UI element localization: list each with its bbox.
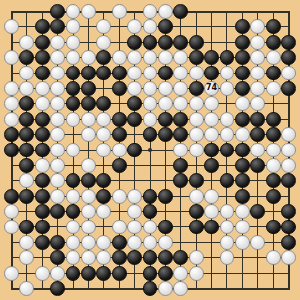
white-stone[interactable] [19, 173, 34, 188]
white-stone[interactable] [4, 96, 19, 111]
white-stone[interactable] [143, 19, 158, 34]
black-stone[interactable] [250, 204, 265, 219]
white-stone[interactable] [143, 96, 158, 111]
black-stone[interactable] [66, 96, 81, 111]
black-stone[interactable] [204, 220, 219, 235]
white-stone[interactable] [96, 204, 111, 219]
black-stone[interactable] [143, 266, 158, 281]
white-stone[interactable] [173, 281, 188, 296]
black-stone[interactable] [35, 66, 50, 81]
black-stone[interactable] [158, 250, 173, 265]
white-stone[interactable] [4, 50, 19, 65]
white-stone[interactable] [189, 189, 204, 204]
black-stone[interactable] [158, 112, 173, 127]
white-stone[interactable] [96, 250, 111, 265]
black-stone[interactable] [189, 81, 204, 96]
white-stone[interactable] [4, 204, 19, 219]
white-stone[interactable] [281, 127, 296, 142]
white-stone[interactable]: 74 [204, 81, 219, 96]
black-stone[interactable] [112, 127, 127, 142]
white-stone[interactable] [220, 250, 235, 265]
white-stone[interactable] [66, 50, 81, 65]
black-stone[interactable] [189, 35, 204, 50]
white-stone[interactable] [19, 66, 34, 81]
black-stone[interactable] [173, 4, 188, 19]
black-stone[interactable] [112, 235, 127, 250]
white-stone[interactable] [81, 204, 96, 219]
white-stone[interactable] [281, 158, 296, 173]
white-stone[interactable] [4, 112, 19, 127]
black-stone[interactable] [127, 143, 142, 158]
white-stone[interactable] [281, 143, 296, 158]
white-stone[interactable] [220, 204, 235, 219]
white-stone[interactable] [19, 81, 34, 96]
black-stone[interactable] [143, 250, 158, 265]
black-stone[interactable] [35, 35, 50, 50]
white-stone[interactable] [173, 143, 188, 158]
white-stone[interactable] [50, 35, 65, 50]
black-stone[interactable] [96, 189, 111, 204]
black-stone[interactable] [143, 35, 158, 50]
white-stone[interactable] [81, 189, 96, 204]
black-stone[interactable] [127, 250, 142, 265]
white-stone[interactable] [127, 204, 142, 219]
white-stone[interactable] [143, 112, 158, 127]
white-stone[interactable] [112, 189, 127, 204]
white-stone[interactable] [66, 35, 81, 50]
black-stone[interactable] [158, 220, 173, 235]
white-stone[interactable] [96, 19, 111, 34]
black-stone[interactable] [81, 173, 96, 188]
black-stone[interactable] [127, 96, 142, 111]
white-stone[interactable] [220, 112, 235, 127]
black-stone[interactable] [4, 127, 19, 142]
white-stone[interactable] [50, 143, 65, 158]
black-stone[interactable] [235, 35, 250, 50]
white-stone[interactable] [173, 96, 188, 111]
black-stone[interactable] [112, 81, 127, 96]
black-stone[interactable] [35, 127, 50, 142]
white-stone[interactable] [235, 96, 250, 111]
black-stone[interactable] [220, 143, 235, 158]
white-stone[interactable] [96, 127, 111, 142]
white-stone[interactable] [50, 112, 65, 127]
black-stone[interactable] [127, 112, 142, 127]
white-stone[interactable] [35, 158, 50, 173]
white-stone[interactable] [81, 158, 96, 173]
white-stone[interactable] [158, 96, 173, 111]
black-stone[interactable] [189, 204, 204, 219]
white-stone[interactable] [50, 173, 65, 188]
white-stone[interactable] [250, 96, 265, 111]
white-stone[interactable] [50, 189, 65, 204]
white-stone[interactable] [173, 81, 188, 96]
white-stone[interactable] [266, 81, 281, 96]
black-stone[interactable] [66, 266, 81, 281]
black-stone[interactable] [35, 143, 50, 158]
white-stone[interactable] [127, 81, 142, 96]
black-stone[interactable] [235, 19, 250, 34]
black-stone[interactable] [173, 112, 188, 127]
move-number-label: 74 [206, 84, 217, 92]
white-stone[interactable] [81, 235, 96, 250]
white-stone[interactable] [250, 235, 265, 250]
black-stone[interactable] [50, 250, 65, 265]
white-stone[interactable] [220, 66, 235, 81]
black-stone[interactable] [266, 220, 281, 235]
black-stone[interactable] [50, 19, 65, 34]
black-stone[interactable] [158, 35, 173, 50]
white-stone[interactable] [81, 127, 96, 142]
black-stone[interactable] [81, 66, 96, 81]
black-stone[interactable] [96, 173, 111, 188]
black-stone[interactable] [204, 143, 219, 158]
white-stone[interactable] [81, 220, 96, 235]
black-stone[interactable] [19, 96, 34, 111]
white-stone[interactable] [189, 250, 204, 265]
white-stone[interactable] [266, 250, 281, 265]
white-stone[interactable] [173, 66, 188, 81]
black-stone[interactable] [235, 143, 250, 158]
black-stone[interactable] [281, 204, 296, 219]
white-stone[interactable] [189, 127, 204, 142]
black-stone[interactable] [266, 66, 281, 81]
white-stone[interactable] [143, 4, 158, 19]
black-stone[interactable] [112, 66, 127, 81]
black-stone[interactable] [250, 112, 265, 127]
black-stone[interactable] [19, 50, 34, 65]
black-stone[interactable] [173, 127, 188, 142]
white-stone[interactable] [127, 235, 142, 250]
black-stone[interactable] [235, 66, 250, 81]
black-stone[interactable] [96, 66, 111, 81]
white-stone[interactable] [112, 220, 127, 235]
black-stone[interactable] [96, 50, 111, 65]
white-stone[interactable] [50, 81, 65, 96]
black-stone[interactable] [281, 81, 296, 96]
black-stone[interactable] [19, 112, 34, 127]
white-stone[interactable] [66, 250, 81, 265]
black-stone[interactable] [4, 143, 19, 158]
white-stone[interactable] [50, 96, 65, 111]
black-stone[interactable] [173, 35, 188, 50]
white-stone[interactable] [19, 235, 34, 250]
white-stone[interactable] [35, 81, 50, 96]
white-stone[interactable] [266, 158, 281, 173]
white-stone[interactable] [143, 66, 158, 81]
black-stone[interactable] [173, 250, 188, 265]
white-stone[interactable] [158, 4, 173, 19]
white-stone[interactable] [81, 4, 96, 19]
white-stone[interactable] [50, 158, 65, 173]
black-stone[interactable] [158, 266, 173, 281]
white-stone[interactable] [66, 220, 81, 235]
white-stone[interactable] [235, 235, 250, 250]
black-stone[interactable] [220, 50, 235, 65]
white-stone[interactable] [96, 235, 111, 250]
white-stone[interactable] [235, 204, 250, 219]
white-stone[interactable] [96, 112, 111, 127]
white-stone[interactable] [19, 281, 34, 296]
white-stone[interactable] [204, 112, 219, 127]
white-stone[interactable] [35, 96, 50, 111]
white-stone[interactable] [66, 235, 81, 250]
white-stone[interactable] [81, 250, 96, 265]
black-stone[interactable] [50, 235, 65, 250]
white-stone[interactable] [158, 50, 173, 65]
white-stone[interactable] [266, 143, 281, 158]
black-stone[interactable] [266, 19, 281, 34]
white-stone[interactable] [66, 143, 81, 158]
black-stone[interactable] [204, 158, 219, 173]
white-stone[interactable] [173, 50, 188, 65]
white-stone[interactable] [66, 112, 81, 127]
black-stone[interactable] [66, 173, 81, 188]
black-stone[interactable] [235, 189, 250, 204]
black-stone[interactable] [235, 158, 250, 173]
black-stone[interactable] [81, 266, 96, 281]
black-stone[interactable] [173, 173, 188, 188]
black-stone[interactable] [173, 158, 188, 173]
black-stone[interactable] [281, 235, 296, 250]
white-stone[interactable] [66, 19, 81, 34]
black-stone[interactable] [266, 112, 281, 127]
black-stone[interactable] [220, 173, 235, 188]
black-stone[interactable] [250, 127, 265, 142]
black-stone[interactable] [281, 50, 296, 65]
black-stone[interactable] [143, 281, 158, 296]
white-stone[interactable] [250, 50, 265, 65]
black-stone[interactable] [266, 173, 281, 188]
black-stone[interactable] [19, 127, 34, 142]
white-stone[interactable] [50, 266, 65, 281]
white-stone[interactable] [235, 220, 250, 235]
black-stone[interactable] [19, 143, 34, 158]
black-stone[interactable] [50, 281, 65, 296]
black-stone[interactable] [4, 189, 19, 204]
black-stone[interactable] [281, 35, 296, 50]
white-stone[interactable] [127, 50, 142, 65]
white-stone[interactable] [220, 127, 235, 142]
black-stone[interactable] [66, 204, 81, 219]
white-stone[interactable] [220, 235, 235, 250]
white-stone[interactable] [189, 96, 204, 111]
white-stone[interactable] [143, 235, 158, 250]
black-stone[interactable] [112, 158, 127, 173]
white-stone[interactable] [143, 50, 158, 65]
black-stone[interactable] [66, 81, 81, 96]
black-stone[interactable] [35, 220, 50, 235]
black-stone[interactable] [50, 4, 65, 19]
white-stone[interactable] [112, 50, 127, 65]
white-stone[interactable] [281, 250, 296, 265]
black-stone[interactable] [19, 189, 34, 204]
white-stone[interactable] [127, 19, 142, 34]
white-stone[interactable] [4, 81, 19, 96]
white-stone[interactable] [189, 66, 204, 81]
black-stone[interactable] [158, 66, 173, 81]
black-stone[interactable] [250, 158, 265, 173]
black-stone[interactable] [235, 81, 250, 96]
white-stone[interactable] [4, 19, 19, 34]
white-stone[interactable] [220, 220, 235, 235]
white-stone[interactable] [4, 220, 19, 235]
white-stone[interactable] [4, 266, 19, 281]
white-stone[interactable] [250, 66, 265, 81]
black-stone[interactable] [235, 50, 250, 65]
white-stone[interactable] [158, 281, 173, 296]
black-stone[interactable] [281, 173, 296, 188]
black-stone[interactable] [189, 50, 204, 65]
black-stone[interactable] [235, 173, 250, 188]
white-stone[interactable] [158, 81, 173, 96]
white-stone[interactable] [250, 35, 265, 50]
black-stone[interactable] [158, 189, 173, 204]
white-stone[interactable] [143, 220, 158, 235]
black-stone[interactable] [189, 173, 204, 188]
black-stone[interactable] [35, 204, 50, 219]
black-stone[interactable] [266, 35, 281, 50]
white-stone[interactable] [127, 189, 142, 204]
black-stone[interactable] [189, 220, 204, 235]
black-stone[interactable] [235, 112, 250, 127]
white-stone[interactable] [81, 112, 96, 127]
black-stone[interactable] [35, 173, 50, 188]
black-stone[interactable] [19, 220, 34, 235]
black-stone[interactable] [112, 250, 127, 265]
white-stone[interactable] [81, 50, 96, 65]
white-stone[interactable] [127, 220, 142, 235]
white-stone[interactable] [266, 50, 281, 65]
white-stone[interactable] [250, 19, 265, 34]
black-stone[interactable] [143, 127, 158, 142]
white-stone[interactable] [50, 50, 65, 65]
black-stone[interactable] [266, 189, 281, 204]
star-point [148, 148, 152, 152]
black-stone[interactable] [158, 127, 173, 142]
go-board[interactable]: 74 [0, 0, 300, 300]
white-stone[interactable] [235, 127, 250, 142]
white-stone[interactable] [204, 96, 219, 111]
white-stone[interactable] [158, 235, 173, 250]
black-stone[interactable] [66, 66, 81, 81]
black-stone[interactable] [143, 189, 158, 204]
black-stone[interactable] [96, 266, 111, 281]
white-stone[interactable] [204, 127, 219, 142]
white-stone[interactable] [50, 66, 65, 81]
white-stone[interactable] [112, 143, 127, 158]
black-stone[interactable] [204, 66, 219, 81]
white-stone[interactable] [66, 4, 81, 19]
white-stone[interactable] [250, 143, 265, 158]
black-stone[interactable] [19, 158, 34, 173]
black-stone[interactable] [35, 19, 50, 34]
white-stone[interactable] [189, 143, 204, 158]
black-stone[interactable] [127, 35, 142, 50]
black-stone[interactable] [35, 50, 50, 65]
black-stone[interactable] [50, 204, 65, 219]
white-stone[interactable] [96, 35, 111, 50]
white-stone[interactable] [143, 81, 158, 96]
black-stone[interactable] [204, 50, 219, 65]
white-stone[interactable] [250, 81, 265, 96]
black-stone[interactable] [266, 127, 281, 142]
white-stone[interactable] [35, 266, 50, 281]
white-stone[interactable] [127, 66, 142, 81]
black-stone[interactable] [35, 112, 50, 127]
white-stone[interactable] [50, 127, 65, 142]
black-stone[interactable] [96, 96, 111, 111]
white-stone[interactable] [112, 4, 127, 19]
white-stone[interactable] [173, 266, 188, 281]
black-stone[interactable] [281, 220, 296, 235]
white-stone[interactable] [19, 35, 34, 50]
black-stone[interactable] [35, 235, 50, 250]
white-stone[interactable] [19, 250, 34, 265]
black-stone[interactable] [81, 81, 96, 96]
black-stone[interactable] [112, 266, 127, 281]
white-stone[interactable] [204, 204, 219, 219]
white-stone[interactable] [189, 266, 204, 281]
black-stone[interactable] [158, 19, 173, 34]
black-stone[interactable] [35, 189, 50, 204]
white-stone[interactable] [204, 189, 219, 204]
black-stone[interactable] [112, 112, 127, 127]
white-stone[interactable] [66, 189, 81, 204]
black-stone[interactable] [81, 96, 96, 111]
white-stone[interactable] [96, 143, 111, 158]
black-stone[interactable] [143, 204, 158, 219]
white-stone[interactable] [281, 66, 296, 81]
white-stone[interactable] [189, 112, 204, 127]
white-stone[interactable] [220, 81, 235, 96]
